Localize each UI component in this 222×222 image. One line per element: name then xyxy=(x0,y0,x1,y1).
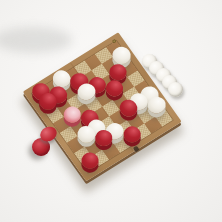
loose-checker-piece-white xyxy=(168,82,183,97)
product-photo-scene xyxy=(0,0,222,222)
clasp-icon xyxy=(133,146,140,153)
background-shadow xyxy=(0,27,72,53)
checkers-board xyxy=(23,32,182,181)
